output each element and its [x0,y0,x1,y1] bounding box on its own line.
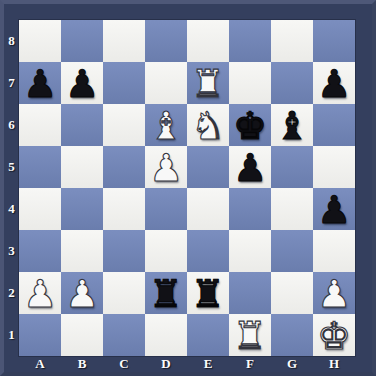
file-label-a: A [19,356,61,372]
white-knight[interactable]: ♞ [187,104,229,146]
square-h1[interactable]: ♚ [313,314,355,356]
square-h2[interactable]: ♟ [313,272,355,314]
file-label-f: F [229,356,271,372]
black-pawn[interactable]: ♟ [61,62,103,104]
square-e1[interactable] [187,314,229,356]
black-rook[interactable]: ♜ [145,272,187,314]
square-b6[interactable] [61,104,103,146]
square-f8[interactable] [229,20,271,62]
white-pawn[interactable]: ♟ [61,272,103,314]
square-d8[interactable] [145,20,187,62]
square-c4[interactable] [103,188,145,230]
square-b5[interactable] [61,146,103,188]
square-g4[interactable] [271,188,313,230]
file-label-c: C [103,356,145,372]
black-rook[interactable]: ♜ [187,272,229,314]
square-b2[interactable]: ♟ [61,272,103,314]
square-e6[interactable]: ♞ [187,104,229,146]
square-f7[interactable] [229,62,271,104]
square-e7[interactable]: ♜ [187,62,229,104]
square-f4[interactable] [229,188,271,230]
square-b8[interactable] [61,20,103,62]
square-g6[interactable]: ♝ [271,104,313,146]
square-e8[interactable] [187,20,229,62]
square-a6[interactable] [19,104,61,146]
black-bishop[interactable]: ♝ [271,104,313,146]
file-label-e: E [187,356,229,372]
square-h7[interactable]: ♟ [313,62,355,104]
black-pawn[interactable]: ♟ [19,62,61,104]
square-c5[interactable] [103,146,145,188]
file-labels: ABCDEFGH [19,356,355,372]
square-h5[interactable] [313,146,355,188]
square-a8[interactable] [19,20,61,62]
square-c8[interactable] [103,20,145,62]
rank-label-8: 8 [4,20,19,62]
white-king[interactable]: ♚ [313,314,355,356]
chess-board-frame: 87654321 ♟♟♜♟♝♞♚♝♟♟♟♟♟♜♜♟♜♚ ABCDEFGH [0,0,376,376]
square-a3[interactable] [19,230,61,272]
square-d7[interactable] [145,62,187,104]
file-label-g: G [271,356,313,372]
square-a5[interactable] [19,146,61,188]
square-h8[interactable] [313,20,355,62]
white-rook[interactable]: ♜ [187,62,229,104]
square-f6[interactable]: ♚ [229,104,271,146]
white-rook[interactable]: ♜ [229,314,271,356]
rank-labels: 87654321 [4,20,19,356]
square-c2[interactable] [103,272,145,314]
square-f5[interactable]: ♟ [229,146,271,188]
square-a4[interactable] [19,188,61,230]
square-g5[interactable] [271,146,313,188]
black-king[interactable]: ♚ [229,104,271,146]
square-h3[interactable] [313,230,355,272]
file-label-d: D [145,356,187,372]
square-e4[interactable] [187,188,229,230]
square-d1[interactable] [145,314,187,356]
square-b4[interactable] [61,188,103,230]
square-g1[interactable] [271,314,313,356]
square-e3[interactable] [187,230,229,272]
square-b3[interactable] [61,230,103,272]
square-c6[interactable] [103,104,145,146]
file-label-b: B [61,356,103,372]
square-g7[interactable] [271,62,313,104]
black-pawn[interactable]: ♟ [313,62,355,104]
square-g8[interactable] [271,20,313,62]
square-h6[interactable] [313,104,355,146]
white-pawn[interactable]: ♟ [145,146,187,188]
square-b7[interactable]: ♟ [61,62,103,104]
square-g2[interactable] [271,272,313,314]
square-a1[interactable] [19,314,61,356]
square-f3[interactable] [229,230,271,272]
square-e5[interactable] [187,146,229,188]
square-f2[interactable] [229,272,271,314]
square-e2[interactable]: ♜ [187,272,229,314]
square-c1[interactable] [103,314,145,356]
black-pawn[interactable]: ♟ [229,146,271,188]
square-b1[interactable] [61,314,103,356]
black-pawn[interactable]: ♟ [313,188,355,230]
white-pawn[interactable]: ♟ [19,272,61,314]
square-c3[interactable] [103,230,145,272]
square-c7[interactable] [103,62,145,104]
chess-board: ♟♟♜♟♝♞♚♝♟♟♟♟♟♜♜♟♜♚ [19,20,355,356]
rank-label-6: 6 [4,104,19,146]
square-h4[interactable]: ♟ [313,188,355,230]
square-d5[interactable]: ♟ [145,146,187,188]
rank-label-5: 5 [4,146,19,188]
rank-label-2: 2 [4,272,19,314]
square-d6[interactable]: ♝ [145,104,187,146]
rank-label-4: 4 [4,188,19,230]
white-pawn[interactable]: ♟ [313,272,355,314]
square-d4[interactable] [145,188,187,230]
square-f1[interactable]: ♜ [229,314,271,356]
file-label-h: H [313,356,355,372]
square-a7[interactable]: ♟ [19,62,61,104]
square-g3[interactable] [271,230,313,272]
square-d2[interactable]: ♜ [145,272,187,314]
square-d3[interactable] [145,230,187,272]
rank-label-1: 1 [4,314,19,356]
rank-label-7: 7 [4,62,19,104]
rank-label-3: 3 [4,230,19,272]
white-bishop[interactable]: ♝ [145,104,187,146]
square-a2[interactable]: ♟ [19,272,61,314]
